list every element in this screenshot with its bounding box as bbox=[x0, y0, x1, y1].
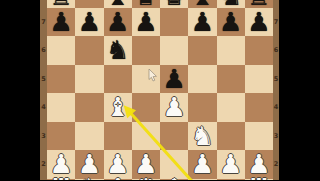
square-b1[interactable]: ♞ bbox=[75, 179, 103, 181]
square-e6[interactable] bbox=[160, 36, 188, 65]
square-a5[interactable] bbox=[47, 65, 75, 94]
square-f5[interactable] bbox=[188, 65, 216, 94]
piece-black-pawn[interactable]: ♟ bbox=[162, 65, 185, 94]
square-h5[interactable] bbox=[245, 65, 273, 94]
rank-label-3-left: 3 bbox=[40, 132, 47, 140]
square-c6[interactable]: ♞ bbox=[104, 36, 132, 65]
piece-black-pawn[interactable]: ♟ bbox=[191, 8, 214, 37]
rank-label-5-left: 5 bbox=[40, 75, 47, 83]
square-c5[interactable] bbox=[104, 65, 132, 94]
square-g2[interactable]: ♟ bbox=[217, 150, 245, 179]
square-f3[interactable]: ♞ bbox=[188, 122, 216, 151]
square-e4[interactable]: ♟ bbox=[160, 93, 188, 122]
rank-label-7-left: 7 bbox=[40, 18, 47, 26]
square-d1[interactable]: ♛ bbox=[132, 179, 160, 181]
piece-white-rook[interactable]: ♜ bbox=[49, 173, 72, 180]
piece-black-pawn[interactable]: ♟ bbox=[247, 8, 270, 37]
square-d4[interactable] bbox=[132, 93, 160, 122]
square-a7[interactable]: ♟ bbox=[47, 8, 75, 37]
square-a6[interactable] bbox=[47, 36, 75, 65]
square-c3[interactable] bbox=[104, 122, 132, 151]
square-g4[interactable] bbox=[217, 93, 245, 122]
piece-white-pawn[interactable]: ♟ bbox=[191, 150, 214, 179]
rank-label-4-right: 4 bbox=[273, 103, 279, 111]
piece-white-pawn[interactable]: ♟ bbox=[162, 93, 185, 122]
letterbox-left bbox=[0, 0, 40, 180]
piece-white-knight[interactable]: ♞ bbox=[191, 122, 214, 151]
square-g5[interactable] bbox=[217, 65, 245, 94]
square-h4[interactable] bbox=[245, 93, 273, 122]
board-grid: ♜♝♛♚♝♞♜♟♟♟♟♟♟♟♞♟♝♟♞♟♟♟♟♟♟♟♜♞♝♛♚♜ bbox=[47, 0, 273, 180]
square-h3[interactable] bbox=[245, 122, 273, 151]
rank-labels-right: 765432 bbox=[273, 0, 279, 180]
square-b7[interactable]: ♟ bbox=[75, 8, 103, 37]
video-frame: ♜♝♛♚♝♞♜♟♟♟♟♟♟♟♞♟♝♟♞♟♟♟♟♟♟♟♜♞♝♛♚♜ 765432 … bbox=[0, 0, 320, 180]
rank-label-2-left: 2 bbox=[40, 160, 47, 168]
square-b5[interactable] bbox=[75, 65, 103, 94]
square-e8[interactable]: ♚ bbox=[160, 0, 188, 8]
square-g3[interactable] bbox=[217, 122, 245, 151]
piece-white-pawn[interactable]: ♟ bbox=[219, 150, 242, 179]
square-h6[interactable] bbox=[245, 36, 273, 65]
square-g1[interactable] bbox=[217, 179, 245, 181]
square-e7[interactable] bbox=[160, 8, 188, 37]
rank-label-6-left: 6 bbox=[40, 46, 47, 54]
square-g6[interactable] bbox=[217, 36, 245, 65]
square-c7[interactable]: ♟ bbox=[104, 8, 132, 37]
piece-black-pawn[interactable]: ♟ bbox=[49, 8, 72, 37]
square-c1[interactable]: ♝ bbox=[104, 179, 132, 181]
rank-labels-left: 765432 bbox=[40, 0, 47, 180]
letterbox-right bbox=[279, 0, 320, 180]
piece-black-pawn[interactable]: ♟ bbox=[78, 8, 101, 37]
square-b4[interactable] bbox=[75, 93, 103, 122]
square-f2[interactable]: ♟ bbox=[188, 150, 216, 179]
square-f7[interactable]: ♟ bbox=[188, 8, 216, 37]
rank-label-4-left: 4 bbox=[40, 103, 47, 111]
square-f1[interactable] bbox=[188, 179, 216, 181]
square-d7[interactable]: ♟ bbox=[132, 8, 160, 37]
square-h7[interactable]: ♟ bbox=[245, 8, 273, 37]
rank-label-3-right: 3 bbox=[273, 132, 279, 140]
piece-white-king[interactable]: ♚ bbox=[162, 173, 185, 180]
square-e1[interactable]: ♚ bbox=[160, 179, 188, 181]
square-a4[interactable] bbox=[47, 93, 75, 122]
piece-white-bishop[interactable]: ♝ bbox=[106, 93, 129, 122]
piece-black-pawn[interactable]: ♟ bbox=[106, 8, 129, 37]
rank-label-7-right: 7 bbox=[273, 18, 279, 26]
square-c4[interactable]: ♝ bbox=[104, 93, 132, 122]
rank-label-2-right: 2 bbox=[273, 160, 279, 168]
square-g7[interactable]: ♟ bbox=[217, 8, 245, 37]
rank-label-6-right: 6 bbox=[273, 46, 279, 54]
square-d5[interactable] bbox=[132, 65, 160, 94]
square-h1[interactable]: ♜ bbox=[245, 179, 273, 181]
square-e5[interactable]: ♟ bbox=[160, 65, 188, 94]
square-b6[interactable] bbox=[75, 36, 103, 65]
piece-white-queen[interactable]: ♛ bbox=[134, 173, 157, 180]
rank-label-5-right: 5 bbox=[273, 75, 279, 83]
chess-board[interactable]: ♜♝♛♚♝♞♜♟♟♟♟♟♟♟♞♟♝♟♞♟♟♟♟♟♟♟♜♞♝♛♚♜ 765432 … bbox=[40, 0, 279, 180]
square-d3[interactable] bbox=[132, 122, 160, 151]
piece-black-pawn[interactable]: ♟ bbox=[134, 8, 157, 37]
square-f4[interactable] bbox=[188, 93, 216, 122]
square-d6[interactable] bbox=[132, 36, 160, 65]
piece-white-bishop[interactable]: ♝ bbox=[106, 173, 129, 180]
piece-white-knight[interactable]: ♞ bbox=[78, 173, 101, 180]
square-e3[interactable] bbox=[160, 122, 188, 151]
piece-black-pawn[interactable]: ♟ bbox=[219, 8, 242, 37]
square-a1[interactable]: ♜ bbox=[47, 179, 75, 181]
square-b3[interactable] bbox=[75, 122, 103, 151]
piece-white-rook[interactable]: ♜ bbox=[247, 173, 270, 180]
square-f6[interactable] bbox=[188, 36, 216, 65]
square-a3[interactable] bbox=[47, 122, 75, 151]
piece-black-knight[interactable]: ♞ bbox=[106, 36, 129, 65]
